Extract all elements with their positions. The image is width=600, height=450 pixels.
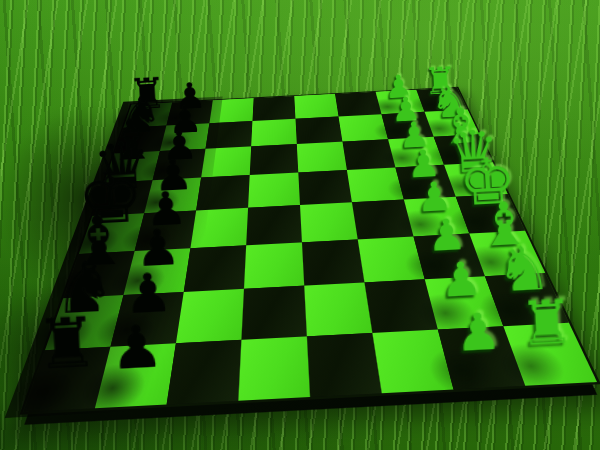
square-e4[interactable] (300, 202, 358, 242)
square-g3[interactable] (364, 279, 437, 333)
square-g6[interactable] (176, 289, 244, 344)
square-b3[interactable] (338, 114, 388, 141)
square-c7[interactable]: ♟ (153, 149, 206, 180)
square-f4[interactable] (302, 239, 365, 285)
square-a5[interactable] (252, 96, 295, 121)
square-b8[interactable]: ♞ (114, 125, 166, 153)
piece-shadow (415, 140, 486, 173)
square-h5[interactable] (238, 336, 310, 400)
square-d3[interactable] (347, 167, 404, 202)
square-d8[interactable]: ♛ (92, 180, 152, 216)
pawn-icon: ♟ (172, 78, 206, 114)
square-c4[interactable] (297, 142, 347, 173)
board-perspective-wrapper: ♜♟♟♜♞♟♟♞♝♟♟♝♛♟♟♛♚♟♟♚♝♟♟♝♞♟♟♞♜♟♟♜ (81, 0, 518, 424)
square-g4[interactable] (304, 282, 372, 336)
square-b7[interactable]: ♟ (160, 123, 210, 151)
square-g2[interactable]: ♟ (425, 276, 504, 329)
square-g7[interactable]: ♟ (110, 292, 183, 347)
pawn-icon: ♟ (384, 71, 414, 102)
rook-icon: ♜ (423, 63, 458, 100)
square-e2[interactable]: ♟ (404, 197, 469, 237)
square-a6[interactable] (209, 98, 253, 123)
square-d1[interactable]: ♛ (444, 162, 508, 197)
square-e6[interactable] (190, 208, 248, 248)
square-g5[interactable] (241, 286, 306, 340)
square-a4[interactable] (294, 94, 338, 119)
square-h4[interactable] (307, 333, 382, 397)
square-e7[interactable]: ♟ (135, 210, 197, 251)
square-h6[interactable] (167, 340, 242, 405)
square-b4[interactable] (295, 116, 342, 144)
square-b1[interactable]: ♞ (425, 110, 480, 137)
square-h2[interactable]: ♟ (438, 326, 525, 389)
square-h7[interactable]: ♟ (95, 343, 176, 408)
square-c1[interactable]: ♝ (434, 134, 493, 164)
square-e5[interactable] (246, 205, 302, 245)
square-a3[interactable] (335, 92, 382, 117)
square-b5[interactable] (251, 119, 297, 147)
square-a7[interactable]: ♟ (166, 100, 212, 125)
square-f2[interactable]: ♟ (414, 234, 485, 280)
square-b6[interactable] (206, 121, 253, 149)
square-f7[interactable]: ♟ (123, 248, 190, 295)
square-f6[interactable] (184, 245, 246, 292)
square-d6[interactable] (196, 175, 250, 210)
square-c5[interactable] (250, 144, 299, 175)
square-e3[interactable] (352, 200, 414, 240)
square-a8[interactable]: ♜ (123, 102, 172, 127)
rook-icon: ♜ (127, 74, 167, 116)
square-c3[interactable] (342, 139, 395, 170)
square-d5[interactable] (248, 172, 300, 207)
square-d4[interactable] (298, 170, 352, 205)
square-d7[interactable]: ♟ (144, 178, 201, 214)
square-a1[interactable]: ♜ (416, 88, 467, 112)
square-c8[interactable]: ♝ (104, 151, 160, 183)
square-f5[interactable] (244, 242, 304, 288)
square-c6[interactable] (201, 146, 251, 177)
